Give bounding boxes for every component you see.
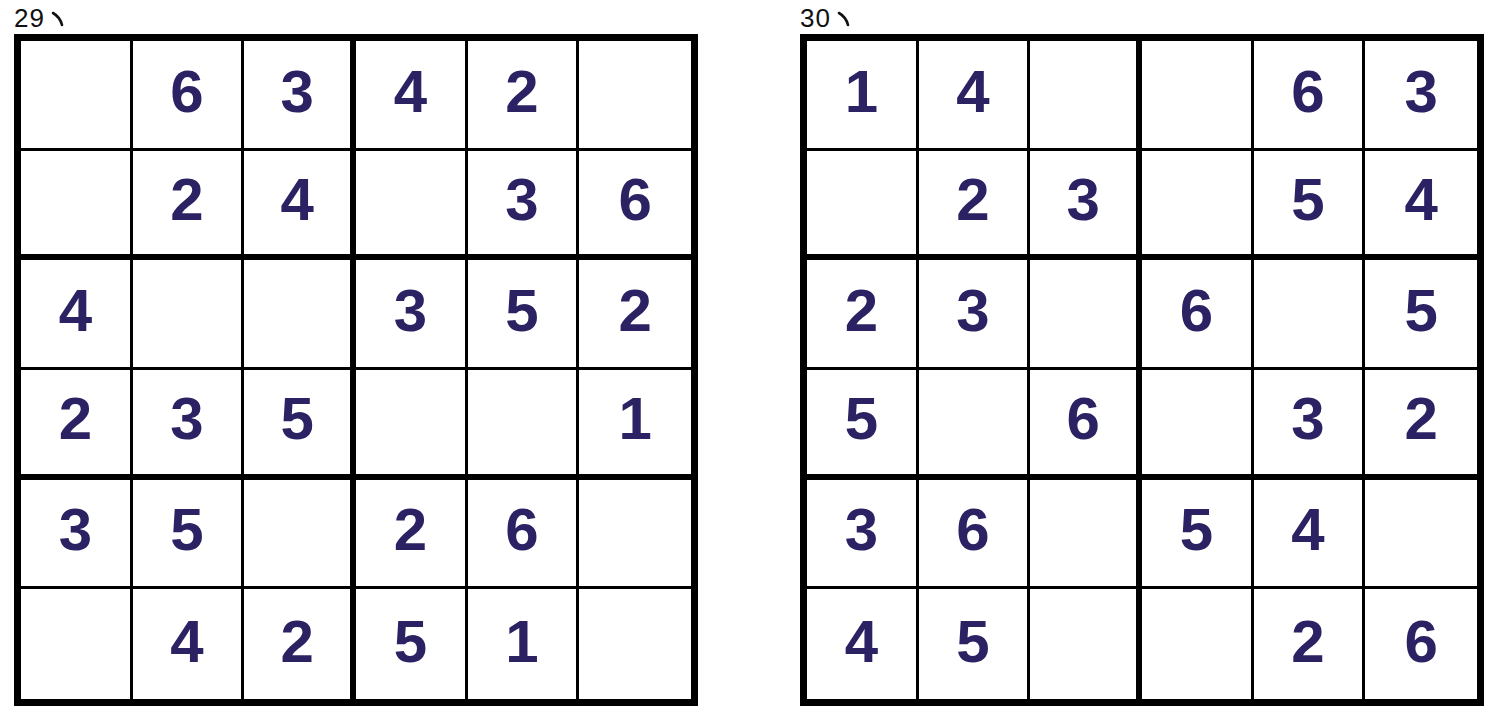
sudoku-cell-given: 2: [1365, 370, 1477, 480]
puzzle-30-label: 30: [800, 2, 1484, 34]
sudoku-cell-empty[interactable]: [21, 41, 133, 151]
puzzle-30-number: 30: [800, 3, 831, 34]
sudoku-cell-empty[interactable]: [356, 370, 468, 480]
sudoku-cell-empty[interactable]: [807, 151, 919, 261]
sudoku-cell-given: 5: [468, 260, 580, 370]
sudoku-cell-given: 5: [356, 589, 468, 699]
sudoku-cell-given: 3: [1365, 41, 1477, 151]
sudoku-cell-given: 1: [807, 41, 919, 151]
sudoku-cell-given: 5: [1365, 260, 1477, 370]
sudoku-cell-given: 4: [356, 41, 468, 151]
sudoku-cell-given: 6: [133, 41, 245, 151]
sudoku-cell-empty[interactable]: [1030, 260, 1142, 370]
sudoku-cell-given: 5: [244, 370, 356, 480]
sudoku-cell-given: 4: [21, 260, 133, 370]
sudoku-cell-given: 4: [1365, 151, 1477, 261]
sudoku-cell-given: 4: [807, 589, 919, 699]
sudoku-cell-given: 3: [807, 480, 919, 590]
sudoku-cell-given: 1: [468, 589, 580, 699]
sudoku-cell-empty[interactable]: [468, 370, 580, 480]
sudoku-cell-empty[interactable]: [579, 41, 691, 151]
sudoku-cell-given: 2: [468, 41, 580, 151]
sudoku-cell-given: 1: [579, 370, 691, 480]
sudoku-cell-given: 3: [356, 260, 468, 370]
sudoku-cell-empty[interactable]: [356, 151, 468, 261]
sudoku-cell-given: 5: [133, 480, 245, 590]
sudoku-grid-29: 634224364352235135264251: [14, 34, 698, 706]
sudoku-cell-empty[interactable]: [919, 370, 1031, 480]
sudoku-cell-empty[interactable]: [1142, 151, 1254, 261]
sudoku-cell-given: 2: [244, 589, 356, 699]
sudoku-cell-empty[interactable]: [1142, 589, 1254, 699]
sudoku-cell-given: 4: [1254, 480, 1366, 590]
sudoku-cell-given: 4: [919, 41, 1031, 151]
sudoku-cell-empty[interactable]: [133, 260, 245, 370]
sudoku-cell-empty[interactable]: [244, 260, 356, 370]
sudoku-cell-given: 2: [133, 151, 245, 261]
sudoku-cell-empty[interactable]: [244, 480, 356, 590]
sudoku-cell-empty[interactable]: [1030, 589, 1142, 699]
sudoku-cell-empty[interactable]: [1254, 260, 1366, 370]
sudoku-cell-empty[interactable]: [21, 151, 133, 261]
sudoku-cell-empty[interactable]: [579, 480, 691, 590]
sudoku-cell-empty[interactable]: [1142, 370, 1254, 480]
ideographic-comma-icon: [836, 10, 852, 28]
sudoku-cell-given: 3: [1030, 151, 1142, 261]
sudoku-cell-empty[interactable]: [579, 589, 691, 699]
sudoku-cell-given: 6: [1365, 589, 1477, 699]
sudoku-cell-given: 6: [1254, 41, 1366, 151]
sudoku-cell-given: 5: [919, 589, 1031, 699]
sudoku-cell-empty[interactable]: [1365, 480, 1477, 590]
sudoku-cell-given: 6: [1142, 260, 1254, 370]
sudoku-cell-given: 2: [21, 370, 133, 480]
ideographic-comma-icon: [50, 10, 66, 28]
sudoku-cell-given: 2: [807, 260, 919, 370]
sudoku-cell-empty[interactable]: [1030, 480, 1142, 590]
sudoku-cell-given: 3: [244, 41, 356, 151]
sudoku-cell-given: 3: [21, 480, 133, 590]
sudoku-cell-empty[interactable]: [1030, 41, 1142, 151]
sudoku-cell-given: 3: [468, 151, 580, 261]
sudoku-cell-empty[interactable]: [21, 589, 133, 699]
sudoku-cell-given: 5: [1142, 480, 1254, 590]
puzzle-29-label: 29: [14, 2, 698, 34]
sudoku-cell-given: 6: [919, 480, 1031, 590]
sudoku-cell-given: 4: [133, 589, 245, 699]
sudoku-cell-given: 5: [1254, 151, 1366, 261]
sudoku-cell-given: 3: [919, 260, 1031, 370]
sudoku-cell-given: 3: [133, 370, 245, 480]
sudoku-cell-given: 2: [1254, 589, 1366, 699]
sudoku-cell-given: 2: [356, 480, 468, 590]
sudoku-grid-30: 146323542365563236544526: [800, 34, 1484, 706]
sudoku-cell-given: 2: [579, 260, 691, 370]
sudoku-cell-given: 4: [244, 151, 356, 261]
sudoku-cell-given: 3: [1254, 370, 1366, 480]
puzzle-30: 30 146323542365563236544526: [800, 0, 1484, 706]
sudoku-cell-given: 6: [579, 151, 691, 261]
sudoku-cell-given: 6: [468, 480, 580, 590]
sudoku-cell-given: 5: [807, 370, 919, 480]
sudoku-cell-given: 2: [919, 151, 1031, 261]
sudoku-cell-empty[interactable]: [1142, 41, 1254, 151]
puzzle-29: 29 634224364352235135264251: [14, 0, 698, 706]
sudoku-cell-given: 6: [1030, 370, 1142, 480]
puzzle-29-number: 29: [14, 3, 45, 34]
